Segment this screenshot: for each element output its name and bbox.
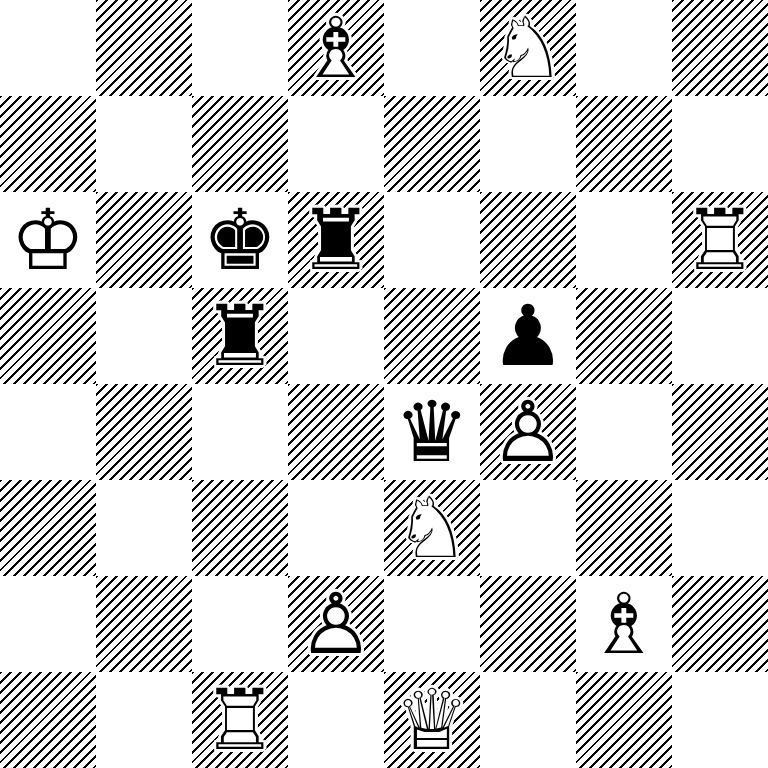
square-a3[interactable]: [0, 480, 96, 576]
square-e3[interactable]: ♞♘: [384, 480, 480, 576]
piece-white-knight[interactable]: ♞♘: [480, 0, 576, 96]
queen-icon: ♛: [384, 384, 480, 480]
square-a1[interactable]: [0, 672, 96, 768]
piece-black-rook[interactable]: ♜♜: [192, 288, 288, 384]
square-b5[interactable]: [96, 288, 192, 384]
square-d3[interactable]: [288, 480, 384, 576]
pawn-icon: ♙: [288, 576, 384, 672]
piece-white-bishop[interactable]: ♝♗: [288, 0, 384, 96]
square-b3[interactable]: [96, 480, 192, 576]
king-icon: ♚: [192, 192, 288, 288]
rook-icon: ♜: [192, 288, 288, 384]
square-e5[interactable]: [384, 288, 480, 384]
square-h5[interactable]: [672, 288, 768, 384]
square-f5[interactable]: ♟♟: [480, 288, 576, 384]
square-f3[interactable]: [480, 480, 576, 576]
square-h3[interactable]: [672, 480, 768, 576]
square-e4[interactable]: ♛♛: [384, 384, 480, 480]
square-c3[interactable]: [192, 480, 288, 576]
square-g2[interactable]: ♝♗: [576, 576, 672, 672]
square-h7[interactable]: [672, 96, 768, 192]
square-f6[interactable]: [480, 192, 576, 288]
pawn-icon: ♟: [480, 288, 576, 384]
square-c7[interactable]: [192, 96, 288, 192]
square-b6[interactable]: [96, 192, 192, 288]
square-f4[interactable]: ♟♙: [480, 384, 576, 480]
square-a2[interactable]: [0, 576, 96, 672]
square-f2[interactable]: [480, 576, 576, 672]
pawn-icon: ♙: [480, 384, 576, 480]
square-f7[interactable]: [480, 96, 576, 192]
square-c8[interactable]: [192, 0, 288, 96]
piece-white-bishop[interactable]: ♝♗: [576, 576, 672, 672]
square-b2[interactable]: [96, 576, 192, 672]
square-d4[interactable]: [288, 384, 384, 480]
square-g6[interactable]: [576, 192, 672, 288]
piece-white-pawn[interactable]: ♟♙: [288, 576, 384, 672]
knight-icon: ♘: [384, 480, 480, 576]
square-c2[interactable]: [192, 576, 288, 672]
square-g4[interactable]: [576, 384, 672, 480]
knight-icon: ♘: [480, 0, 576, 96]
square-a4[interactable]: [0, 384, 96, 480]
square-e1[interactable]: ♛♕: [384, 672, 480, 768]
king-icon: ♔: [0, 192, 96, 288]
piece-black-rook[interactable]: ♜♜: [288, 192, 384, 288]
piece-white-rook[interactable]: ♜♖: [672, 192, 768, 288]
square-f8[interactable]: ♞♘: [480, 0, 576, 96]
square-b4[interactable]: [96, 384, 192, 480]
rook-icon: ♖: [672, 192, 768, 288]
square-c6[interactable]: ♚♚: [192, 192, 288, 288]
piece-black-queen[interactable]: ♛♛: [384, 384, 480, 480]
square-g7[interactable]: [576, 96, 672, 192]
piece-black-pawn[interactable]: ♟♟: [480, 288, 576, 384]
square-e8[interactable]: [384, 0, 480, 96]
square-a7[interactable]: [0, 96, 96, 192]
square-d8[interactable]: ♝♗: [288, 0, 384, 96]
square-h1[interactable]: [672, 672, 768, 768]
square-b7[interactable]: [96, 96, 192, 192]
queen-icon: ♕: [384, 672, 480, 768]
piece-white-queen[interactable]: ♛♕: [384, 672, 480, 768]
bishop-icon: ♗: [288, 0, 384, 96]
square-d2[interactable]: ♟♙: [288, 576, 384, 672]
square-d6[interactable]: ♜♜: [288, 192, 384, 288]
rook-icon: ♜: [288, 192, 384, 288]
square-e6[interactable]: [384, 192, 480, 288]
square-c1[interactable]: ♜♖: [192, 672, 288, 768]
rook-icon: ♖: [192, 672, 288, 768]
square-g1[interactable]: [576, 672, 672, 768]
square-b8[interactable]: [96, 0, 192, 96]
square-h8[interactable]: [672, 0, 768, 96]
square-e2[interactable]: [384, 576, 480, 672]
square-a8[interactable]: [0, 0, 96, 96]
square-f1[interactable]: [480, 672, 576, 768]
piece-black-king[interactable]: ♚♚: [192, 192, 288, 288]
square-d1[interactable]: [288, 672, 384, 768]
bishop-icon: ♗: [576, 576, 672, 672]
square-g3[interactable]: [576, 480, 672, 576]
chess-board: ♝♗♞♘♚♔♚♚♜♜♜♖♜♜♟♟♛♛♟♙♞♘♟♙♝♗♜♖♛♕: [0, 0, 768, 768]
square-c5[interactable]: ♜♜: [192, 288, 288, 384]
square-g8[interactable]: [576, 0, 672, 96]
piece-white-rook[interactable]: ♜♖: [192, 672, 288, 768]
square-h6[interactable]: ♜♖: [672, 192, 768, 288]
square-h4[interactable]: [672, 384, 768, 480]
square-e7[interactable]: [384, 96, 480, 192]
piece-white-knight[interactable]: ♞♘: [384, 480, 480, 576]
square-g5[interactable]: [576, 288, 672, 384]
square-b1[interactable]: [96, 672, 192, 768]
square-c4[interactable]: [192, 384, 288, 480]
square-d5[interactable]: [288, 288, 384, 384]
square-a6[interactable]: ♚♔: [0, 192, 96, 288]
square-d7[interactable]: [288, 96, 384, 192]
square-a5[interactable]: [0, 288, 96, 384]
piece-white-king[interactable]: ♚♔: [0, 192, 96, 288]
piece-white-pawn[interactable]: ♟♙: [480, 384, 576, 480]
square-h2[interactable]: [672, 576, 768, 672]
